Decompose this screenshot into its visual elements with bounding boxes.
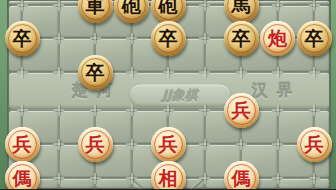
black-cannon-glyph: 砲 [151,0,186,23]
piece-black-soldier[interactable]: 卒 [297,21,332,56]
black-horse-glyph: 馬 [224,0,259,23]
black-soldier-glyph: 卒 [78,55,113,90]
jj-xiangqi-logo: JJ象棋 [130,85,230,106]
red-soldier-glyph: 兵 [78,127,113,162]
piece-red-soldier[interactable]: 兵 [224,93,259,128]
red-cannon-glyph: 炮 [260,21,295,56]
red-soldier-glyph: 兵 [224,93,259,128]
piece-black-soldier[interactable]: 卒 [78,55,113,90]
piece-red-soldier[interactable]: 兵 [78,127,113,162]
board-tile [315,1,329,4]
river-band: 楚河 汉界 JJ象棋 [9,73,329,108]
black-soldier-glyph: 卒 [224,21,259,56]
piece-black-soldier[interactable]: 卒 [224,21,259,56]
board-tile [279,1,314,4]
piece-black-horse[interactable]: 馬 [224,0,259,23]
black-soldier-glyph: 卒 [5,21,40,56]
red-soldier-glyph: 兵 [297,127,332,162]
board-tile [23,1,58,4]
piece-red-soldier[interactable]: 兵 [297,127,332,162]
piece-red-horse[interactable]: 傌 [5,161,40,190]
piece-red-cannon[interactable]: 炮 [260,21,295,56]
jj-xiangqi-logo-text: JJ象棋 [162,86,198,104]
black-cannon-glyph: 砲 [114,0,149,23]
piece-black-soldier[interactable]: 卒 [151,21,186,56]
board-tile [96,179,131,188]
black-chariot-glyph: 車 [78,0,113,23]
black-soldier-glyph: 卒 [297,21,332,56]
piece-black-chariot[interactable]: 車 [78,0,113,23]
black-soldier-glyph: 卒 [151,21,186,56]
red-soldier-glyph: 兵 [5,127,40,162]
piece-black-cannon[interactable]: 砲 [151,0,186,23]
red-horse-glyph: 傌 [5,161,40,190]
board-tile [9,1,21,4]
piece-red-horse[interactable]: 傌 [224,161,259,190]
board-tile [60,179,95,188]
piece-red-elephant[interactable]: 相 [151,161,186,190]
red-soldier-glyph: 兵 [151,127,186,162]
board-tile [279,179,314,188]
red-horse-glyph: 傌 [224,161,259,190]
piece-black-soldier[interactable]: 卒 [5,21,40,56]
game-screen: 楚河 汉界 JJ象棋 車砲砲馬卒卒卒炮卒卒兵兵兵兵兵傌相傌 [0,0,336,189]
piece-red-soldier[interactable]: 兵 [5,127,40,162]
piece-red-soldier[interactable]: 兵 [151,127,186,162]
red-elephant-glyph: 相 [151,161,186,190]
board-tile [315,179,329,188]
piece-black-cannon[interactable]: 砲 [114,0,149,23]
